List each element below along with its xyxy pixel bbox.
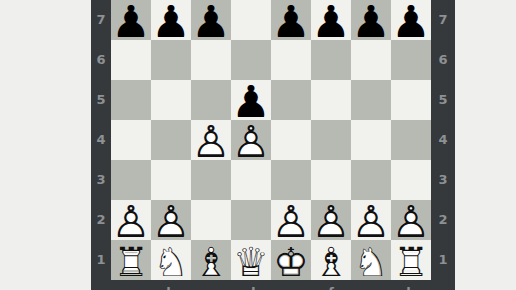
square-d4[interactable]: ♟♙ <box>231 120 271 160</box>
black-piece-glyph: ♟ <box>391 2 431 42</box>
white-piece-outline-layer: ♘ <box>351 242 391 282</box>
square-a4[interactable] <box>111 120 151 160</box>
rank-coordinates-right: 7654321 <box>431 0 455 280</box>
piece-white-bishop-f1[interactable]: ♝♗ <box>311 240 351 280</box>
rank-label-left-5: 5 <box>91 80 111 120</box>
file-coordinates-bottom: abcdefgh <box>111 285 431 290</box>
piece-black-pawn-e7[interactable]: ♟ <box>271 0 311 40</box>
white-piece-outline-layer: ♙ <box>231 122 271 162</box>
square-d1[interactable]: ♛♕ <box>231 240 271 280</box>
piece-white-knight-g1[interactable]: ♞♘ <box>351 240 391 280</box>
rank-label-right-1: 1 <box>431 240 455 280</box>
white-piece-outline-layer: ♔ <box>271 242 311 282</box>
white-piece-outline-layer: ♙ <box>311 202 351 242</box>
square-b7[interactable]: ♟ <box>151 0 191 40</box>
square-h3[interactable] <box>391 160 431 200</box>
rank-label-left-6: 6 <box>91 40 111 80</box>
black-piece-glyph: ♟ <box>151 2 191 42</box>
piece-white-pawn-a2[interactable]: ♟♙ <box>111 200 151 240</box>
piece-white-pawn-d4[interactable]: ♟♙ <box>231 120 271 160</box>
piece-white-rook-h1[interactable]: ♜♖ <box>391 240 431 280</box>
piece-black-pawn-c7[interactable]: ♟ <box>191 0 231 40</box>
square-c3[interactable] <box>191 160 231 200</box>
square-h2[interactable]: ♟♙ <box>391 200 431 240</box>
square-f7[interactable]: ♟ <box>311 0 351 40</box>
piece-white-bishop-c1[interactable]: ♝♗ <box>191 240 231 280</box>
piece-white-knight-b1[interactable]: ♞♘ <box>151 240 191 280</box>
square-d5[interactable]: ♟ <box>231 80 271 120</box>
square-e5[interactable] <box>271 80 311 120</box>
piece-white-pawn-b2[interactable]: ♟♙ <box>151 200 191 240</box>
square-h1[interactable]: ♜♖ <box>391 240 431 280</box>
white-piece-outline-layer: ♙ <box>191 122 231 162</box>
white-piece-outline-layer: ♙ <box>111 202 151 242</box>
white-piece-outline-layer: ♕ <box>231 242 271 282</box>
white-piece-fill-layer: ♜ <box>391 242 431 282</box>
white-piece-fill-layer: ♞ <box>151 242 191 282</box>
rank-label-left-4: 4 <box>91 120 111 160</box>
white-piece-fill-layer: ♟ <box>231 122 271 162</box>
square-g4[interactable] <box>351 120 391 160</box>
square-g6[interactable] <box>351 40 391 80</box>
file-label-c: c <box>191 285 231 290</box>
square-f4[interactable] <box>311 120 351 160</box>
square-e3[interactable] <box>271 160 311 200</box>
white-piece-outline-layer: ♗ <box>191 242 231 282</box>
piece-black-pawn-a7[interactable]: ♟ <box>111 0 151 40</box>
file-label-e: e <box>271 285 311 290</box>
white-piece-fill-layer: ♟ <box>311 202 351 242</box>
piece-black-pawn-b7[interactable]: ♟ <box>151 0 191 40</box>
square-b3[interactable] <box>151 160 191 200</box>
square-a6[interactable] <box>111 40 151 80</box>
white-piece-fill-layer: ♜ <box>111 242 151 282</box>
white-piece-fill-layer: ♟ <box>351 202 391 242</box>
square-b5[interactable] <box>151 80 191 120</box>
piece-white-king-e1[interactable]: ♚♔ <box>271 240 311 280</box>
square-b6[interactable] <box>151 40 191 80</box>
piece-black-pawn-g7[interactable]: ♟ <box>351 0 391 40</box>
square-a3[interactable] <box>111 160 151 200</box>
square-e4[interactable] <box>271 120 311 160</box>
file-label-d: d <box>231 285 271 290</box>
square-c4[interactable]: ♟♙ <box>191 120 231 160</box>
square-d7[interactable] <box>231 0 271 40</box>
square-e1[interactable]: ♚♔ <box>271 240 311 280</box>
rank-label-left-3: 3 <box>91 160 111 200</box>
square-h7[interactable]: ♟ <box>391 0 431 40</box>
file-label-f: f <box>311 285 351 290</box>
piece-white-pawn-c4[interactable]: ♟♙ <box>191 120 231 160</box>
piece-white-rook-a1[interactable]: ♜♖ <box>111 240 151 280</box>
square-f2[interactable]: ♟♙ <box>311 200 351 240</box>
square-c1[interactable]: ♝♗ <box>191 240 231 280</box>
square-c2[interactable] <box>191 200 231 240</box>
white-piece-fill-layer: ♟ <box>271 202 311 242</box>
piece-black-pawn-d5[interactable]: ♟ <box>231 80 271 120</box>
square-g1[interactable]: ♞♘ <box>351 240 391 280</box>
chessboard[interactable]: ♟♟♟♟♟♟♟♟♟♙♟♙♟♙♟♙♟♙♟♙♟♙♟♙♜♖♞♘♝♗♛♕♚♔♝♗♞♘♜♖ <box>111 0 431 280</box>
square-g2[interactable]: ♟♙ <box>351 200 391 240</box>
square-f6[interactable] <box>311 40 351 80</box>
piece-black-pawn-h7[interactable]: ♟ <box>391 0 431 40</box>
black-piece-glyph: ♟ <box>271 2 311 42</box>
square-h5[interactable] <box>391 80 431 120</box>
square-e7[interactable]: ♟ <box>271 0 311 40</box>
square-g3[interactable] <box>351 160 391 200</box>
file-label-g: g <box>351 285 391 290</box>
square-f5[interactable] <box>311 80 351 120</box>
file-label-a: a <box>111 285 151 290</box>
white-piece-fill-layer: ♞ <box>351 242 391 282</box>
square-f1[interactable]: ♝♗ <box>311 240 351 280</box>
white-piece-outline-layer: ♖ <box>111 242 151 282</box>
piece-white-pawn-h2[interactable]: ♟♙ <box>391 200 431 240</box>
rank-label-right-6: 6 <box>431 40 455 80</box>
rank-label-left-2: 2 <box>91 200 111 240</box>
white-piece-outline-layer: ♘ <box>151 242 191 282</box>
white-piece-fill-layer: ♟ <box>191 122 231 162</box>
square-c5[interactable] <box>191 80 231 120</box>
white-piece-outline-layer: ♙ <box>351 202 391 242</box>
piece-white-pawn-f2[interactable]: ♟♙ <box>311 200 351 240</box>
piece-white-pawn-e2[interactable]: ♟♙ <box>271 200 311 240</box>
white-piece-fill-layer: ♟ <box>111 202 151 242</box>
square-b1[interactable]: ♞♘ <box>151 240 191 280</box>
file-label-b: b <box>151 285 191 290</box>
white-piece-fill-layer: ♛ <box>231 242 271 282</box>
white-piece-fill-layer: ♟ <box>151 202 191 242</box>
white-piece-outline-layer: ♙ <box>151 202 191 242</box>
rank-coordinates-left: 7654321 <box>91 0 111 280</box>
rank-label-right-2: 2 <box>431 200 455 240</box>
square-d3[interactable] <box>231 160 271 200</box>
square-f3[interactable] <box>311 160 351 200</box>
square-b4[interactable] <box>151 120 191 160</box>
black-piece-glyph: ♟ <box>191 2 231 42</box>
square-d6[interactable] <box>231 40 271 80</box>
square-h4[interactable] <box>391 120 431 160</box>
white-piece-outline-layer: ♙ <box>271 202 311 242</box>
file-label-h: h <box>391 285 431 290</box>
white-piece-fill-layer: ♝ <box>311 242 351 282</box>
square-b2[interactable]: ♟♙ <box>151 200 191 240</box>
white-piece-outline-layer: ♖ <box>391 242 431 282</box>
chessboard-frame: 7654321 ♟♟♟♟♟♟♟♟♟♙♟♙♟♙♟♙♟♙♟♙♟♙♟♙♜♖♞♘♝♗♛♕… <box>91 0 455 290</box>
piece-white-pawn-g2[interactable]: ♟♙ <box>351 200 391 240</box>
black-piece-glyph: ♟ <box>231 82 271 122</box>
square-c7[interactable]: ♟ <box>191 0 231 40</box>
page: 7654321 ♟♟♟♟♟♟♟♟♟♙♟♙♟♙♟♙♟♙♟♙♟♙♟♙♜♖♞♘♝♗♛♕… <box>0 0 516 290</box>
white-piece-fill-layer: ♟ <box>391 202 431 242</box>
square-g5[interactable] <box>351 80 391 120</box>
white-piece-fill-layer: ♚ <box>271 242 311 282</box>
square-d2[interactable] <box>231 200 271 240</box>
square-e6[interactable] <box>271 40 311 80</box>
rank-label-right-7: 7 <box>431 0 455 40</box>
white-piece-outline-layer: ♗ <box>311 242 351 282</box>
black-piece-glyph: ♟ <box>351 2 391 42</box>
square-c6[interactable] <box>191 40 231 80</box>
square-h6[interactable] <box>391 40 431 80</box>
rank-label-right-4: 4 <box>431 120 455 160</box>
square-a5[interactable] <box>111 80 151 120</box>
piece-white-queen-d1[interactable]: ♛♕ <box>231 240 271 280</box>
square-a7[interactable]: ♟ <box>111 0 151 40</box>
white-piece-outline-layer: ♙ <box>391 202 431 242</box>
rank-label-right-3: 3 <box>431 160 455 200</box>
rank-label-left-7: 7 <box>91 0 111 40</box>
piece-black-pawn-f7[interactable]: ♟ <box>311 0 351 40</box>
square-g7[interactable]: ♟ <box>351 0 391 40</box>
rank-label-right-5: 5 <box>431 80 455 120</box>
white-piece-fill-layer: ♝ <box>191 242 231 282</box>
rank-label-left-1: 1 <box>91 240 111 280</box>
black-piece-glyph: ♟ <box>111 2 151 42</box>
square-a1[interactable]: ♜♖ <box>111 240 151 280</box>
black-piece-glyph: ♟ <box>311 2 351 42</box>
square-e2[interactable]: ♟♙ <box>271 200 311 240</box>
square-a2[interactable]: ♟♙ <box>111 200 151 240</box>
